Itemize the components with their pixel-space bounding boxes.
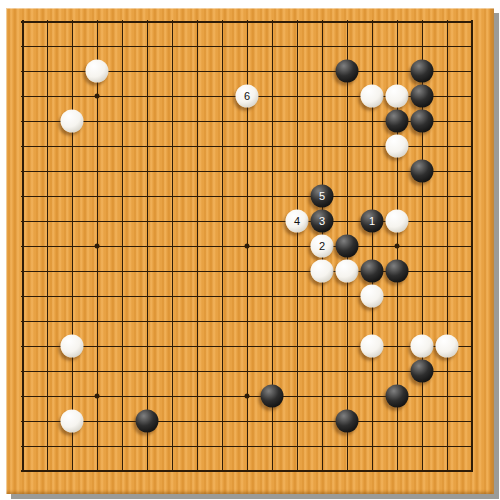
star-point (395, 244, 400, 249)
grid-line-horizontal (21, 446, 473, 447)
stone-black (261, 385, 284, 408)
move-number: 2 (319, 241, 325, 252)
stone-white (86, 60, 109, 83)
star-point (95, 94, 100, 99)
grid-line-vertical (447, 20, 448, 472)
stone-black-move-5: 5 (311, 185, 334, 208)
stone-white (386, 85, 409, 108)
stone-white (361, 335, 384, 358)
stone-black-move-1: 1 (361, 210, 384, 233)
stone-white (411, 335, 434, 358)
stone-white (336, 260, 359, 283)
stone-black (136, 410, 159, 433)
stone-black-move-3: 3 (311, 210, 334, 233)
stone-white (386, 210, 409, 233)
move-number: 3 (319, 216, 325, 227)
grid-line-vertical (471, 20, 473, 472)
stone-black (411, 60, 434, 83)
move-number: 5 (319, 191, 325, 202)
move-number: 1 (369, 216, 375, 227)
grid-line-vertical (297, 20, 298, 472)
stone-white (61, 335, 84, 358)
page: { "game": "go", "board_size": 19, "windo… (0, 0, 500, 500)
stone-black (336, 410, 359, 433)
grid-line-horizontal (21, 321, 473, 322)
goban[interactable]: 654312 (6, 8, 494, 494)
stone-white (361, 85, 384, 108)
star-point (95, 394, 100, 399)
stone-black (336, 235, 359, 258)
stone-white-move-6: 6 (236, 85, 259, 108)
stone-black (411, 160, 434, 183)
grid-line-horizontal (21, 470, 473, 472)
stone-black (386, 260, 409, 283)
stone-white (361, 285, 384, 308)
star-point (245, 394, 250, 399)
stone-white (436, 335, 459, 358)
stone-white-move-4: 4 (286, 210, 309, 233)
stone-black (386, 110, 409, 133)
stone-white (61, 410, 84, 433)
grid-line-horizontal (21, 371, 473, 372)
stone-white (61, 110, 84, 133)
move-number: 4 (294, 216, 300, 227)
stone-black (411, 110, 434, 133)
grid-line-horizontal (21, 421, 473, 422)
stone-black (411, 85, 434, 108)
stone-black (411, 360, 434, 383)
move-number: 6 (244, 91, 250, 102)
stone-black (386, 385, 409, 408)
star-point (95, 244, 100, 249)
stone-white (386, 135, 409, 158)
star-point (245, 244, 250, 249)
grid-line-horizontal (21, 346, 473, 347)
stone-black (361, 260, 384, 283)
stone-white-move-2: 2 (311, 235, 334, 258)
stone-white (311, 260, 334, 283)
stone-black (336, 60, 359, 83)
grid-line-horizontal (21, 296, 473, 297)
